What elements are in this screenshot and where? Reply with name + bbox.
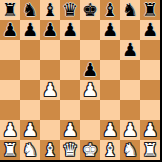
piece-white-pawn[interactable]: ♟ <box>22 120 38 140</box>
piece-black-bishop[interactable]: ♝ <box>42 0 58 20</box>
piece-black-rook[interactable]: ♜ <box>142 0 158 20</box>
piece-black-queen[interactable]: ♛ <box>62 0 78 20</box>
square-h8[interactable]: ♜ <box>140 0 160 20</box>
square-c5[interactable] <box>40 60 60 80</box>
square-g4[interactable] <box>120 80 140 100</box>
square-g6[interactable]: ♟ <box>120 40 140 60</box>
square-f3[interactable] <box>100 100 120 120</box>
piece-black-pawn[interactable]: ♟ <box>82 60 98 80</box>
piece-white-bishop[interactable]: ♝ <box>102 140 118 160</box>
piece-black-bishop[interactable]: ♝ <box>102 0 118 20</box>
square-e8[interactable]: ♚ <box>80 0 100 20</box>
square-e3[interactable] <box>80 100 100 120</box>
square-f1[interactable]: ♝ <box>100 140 120 160</box>
square-e5[interactable]: ♟ <box>80 60 100 80</box>
square-a2[interactable]: ♟ <box>0 120 20 140</box>
piece-white-pawn[interactable]: ♟ <box>102 120 118 140</box>
piece-white-knight[interactable]: ♞ <box>122 140 138 160</box>
square-a6[interactable] <box>0 40 20 60</box>
piece-white-queen[interactable]: ♛ <box>62 140 78 160</box>
square-c8[interactable]: ♝ <box>40 0 60 20</box>
square-h1[interactable]: ♜ <box>140 140 160 160</box>
square-a4[interactable] <box>0 80 20 100</box>
piece-white-pawn[interactable]: ♟ <box>62 120 78 140</box>
piece-white-rook[interactable]: ♜ <box>2 140 18 160</box>
square-f5[interactable] <box>100 60 120 80</box>
square-d8[interactable]: ♛ <box>60 0 80 20</box>
piece-black-pawn[interactable]: ♟ <box>142 20 158 40</box>
square-b4[interactable] <box>20 80 40 100</box>
board-grid: ♜♞♝♛♚♝♞♜♟♟♟♟♟♟♟♟♟♟♟♟♟♟♟♟♜♞♝♛♚♝♞♜ <box>0 0 160 160</box>
square-a1[interactable]: ♜ <box>0 140 20 160</box>
square-b7[interactable]: ♟ <box>20 20 40 40</box>
square-h6[interactable] <box>140 40 160 60</box>
square-b8[interactable]: ♞ <box>20 0 40 20</box>
square-h4[interactable] <box>140 80 160 100</box>
piece-black-pawn[interactable]: ♟ <box>122 40 138 60</box>
square-d5[interactable] <box>60 60 80 80</box>
square-b6[interactable] <box>20 40 40 60</box>
square-f8[interactable]: ♝ <box>100 0 120 20</box>
piece-black-knight[interactable]: ♞ <box>122 0 138 20</box>
square-f2[interactable]: ♟ <box>100 120 120 140</box>
piece-black-pawn[interactable]: ♟ <box>42 20 58 40</box>
square-b5[interactable] <box>20 60 40 80</box>
square-g3[interactable] <box>120 100 140 120</box>
piece-white-king[interactable]: ♚ <box>82 140 98 160</box>
square-c3[interactable] <box>40 100 60 120</box>
square-d2[interactable]: ♟ <box>60 120 80 140</box>
square-d7[interactable]: ♟ <box>60 20 80 40</box>
square-g2[interactable]: ♟ <box>120 120 140 140</box>
square-d6[interactable] <box>60 40 80 60</box>
chess-board: ♜♞♝♛♚♝♞♜♟♟♟♟♟♟♟♟♟♟♟♟♟♟♟♟♜♞♝♛♚♝♞♜ <box>0 0 162 162</box>
piece-white-knight[interactable]: ♞ <box>22 140 38 160</box>
square-g1[interactable]: ♞ <box>120 140 140 160</box>
square-d4[interactable] <box>60 80 80 100</box>
square-e6[interactable] <box>80 40 100 60</box>
square-f7[interactable]: ♟ <box>100 20 120 40</box>
square-h7[interactable]: ♟ <box>140 20 160 40</box>
piece-black-pawn[interactable]: ♟ <box>102 20 118 40</box>
square-e7[interactable] <box>80 20 100 40</box>
piece-black-pawn[interactable]: ♟ <box>22 20 38 40</box>
piece-black-rook[interactable]: ♜ <box>2 0 18 20</box>
square-h5[interactable] <box>140 60 160 80</box>
square-f6[interactable] <box>100 40 120 60</box>
square-c6[interactable] <box>40 40 60 60</box>
piece-white-pawn[interactable]: ♟ <box>82 80 98 100</box>
square-h2[interactable]: ♟ <box>140 120 160 140</box>
square-b3[interactable] <box>20 100 40 120</box>
piece-black-knight[interactable]: ♞ <box>22 0 38 20</box>
square-a7[interactable]: ♟ <box>0 20 20 40</box>
square-a5[interactable] <box>0 60 20 80</box>
square-a3[interactable] <box>0 100 20 120</box>
square-b2[interactable]: ♟ <box>20 120 40 140</box>
square-d1[interactable]: ♛ <box>60 140 80 160</box>
piece-white-bishop[interactable]: ♝ <box>42 140 58 160</box>
piece-black-pawn[interactable]: ♟ <box>2 20 18 40</box>
piece-black-pawn[interactable]: ♟ <box>62 20 78 40</box>
piece-black-king[interactable]: ♚ <box>82 0 98 20</box>
square-b1[interactable]: ♞ <box>20 140 40 160</box>
piece-white-rook[interactable]: ♜ <box>142 140 158 160</box>
square-e2[interactable] <box>80 120 100 140</box>
piece-white-pawn[interactable]: ♟ <box>122 120 138 140</box>
square-f4[interactable] <box>100 80 120 100</box>
square-h3[interactable] <box>140 100 160 120</box>
square-g7[interactable] <box>120 20 140 40</box>
square-a8[interactable]: ♜ <box>0 0 20 20</box>
square-d3[interactable] <box>60 100 80 120</box>
square-c4[interactable]: ♟ <box>40 80 60 100</box>
square-e4[interactable]: ♟ <box>80 80 100 100</box>
square-g5[interactable] <box>120 60 140 80</box>
piece-white-pawn[interactable]: ♟ <box>42 80 58 100</box>
square-c2[interactable] <box>40 120 60 140</box>
piece-white-pawn[interactable]: ♟ <box>142 120 158 140</box>
square-e1[interactable]: ♚ <box>80 140 100 160</box>
square-g8[interactable]: ♞ <box>120 0 140 20</box>
square-c1[interactable]: ♝ <box>40 140 60 160</box>
square-c7[interactable]: ♟ <box>40 20 60 40</box>
piece-white-pawn[interactable]: ♟ <box>2 120 18 140</box>
